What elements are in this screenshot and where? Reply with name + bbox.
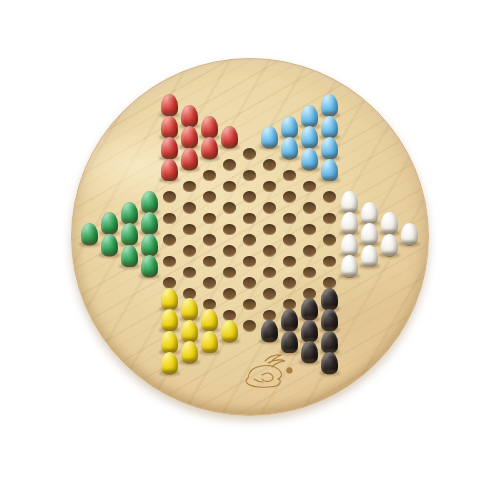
hole-c11-r3[interactable] bbox=[303, 181, 316, 193]
hole-c10-r5[interactable] bbox=[283, 234, 296, 246]
hole-c7-r6[interactable] bbox=[223, 267, 236, 279]
peg-white[interactable] bbox=[361, 223, 378, 245]
peg-white[interactable] bbox=[341, 212, 358, 234]
peg-green[interactable] bbox=[141, 212, 158, 234]
peg-red[interactable] bbox=[161, 94, 178, 116]
rabbit-body-line bbox=[246, 366, 282, 388]
peg-black[interactable] bbox=[261, 320, 278, 342]
product-photo: ® bbox=[0, 0, 500, 500]
peg-green[interactable] bbox=[141, 255, 158, 277]
hole-c12-r4[interactable] bbox=[323, 191, 336, 203]
hole-c5-r5[interactable] bbox=[183, 224, 196, 236]
hole-c7-r3[interactable] bbox=[223, 202, 236, 214]
peg-blue[interactable] bbox=[321, 116, 338, 138]
peg-blue[interactable] bbox=[321, 137, 338, 159]
peg-blue[interactable] bbox=[301, 148, 318, 170]
hole-c7-r2[interactable] bbox=[223, 181, 236, 193]
hole-c6-r4[interactable] bbox=[203, 213, 216, 225]
brand-stamp-logo: ® bbox=[238, 351, 298, 397]
hole-c6-r5[interactable] bbox=[203, 234, 216, 246]
peg-blue[interactable] bbox=[321, 94, 338, 116]
hole-c11-r4[interactable] bbox=[303, 202, 316, 214]
peg-blue[interactable] bbox=[301, 126, 318, 148]
hole-c9-r1[interactable] bbox=[263, 159, 276, 171]
hole-c9-r5[interactable] bbox=[263, 245, 276, 257]
hole-c10-r2[interactable] bbox=[283, 170, 296, 182]
hole-c4-r5[interactable] bbox=[163, 213, 176, 225]
peg-black[interactable] bbox=[281, 309, 298, 331]
hole-c9-r4[interactable] bbox=[263, 224, 276, 236]
peg-yellow[interactable] bbox=[161, 309, 178, 331]
hole-c12-r6[interactable] bbox=[323, 234, 336, 246]
hole-c9-r6[interactable] bbox=[263, 267, 276, 279]
hole-c6-r6[interactable] bbox=[203, 256, 216, 268]
hole-c9-r7[interactable] bbox=[263, 288, 276, 300]
hole-c7-r5[interactable] bbox=[223, 245, 236, 257]
peg-green[interactable] bbox=[121, 202, 138, 224]
hole-c7-r1[interactable] bbox=[223, 159, 236, 171]
hole-c8-r1[interactable] bbox=[243, 170, 256, 182]
peg-green[interactable] bbox=[101, 234, 118, 256]
peg-blue[interactable] bbox=[281, 137, 298, 159]
hole-c10-r3[interactable] bbox=[283, 191, 296, 203]
peg-green[interactable] bbox=[121, 245, 138, 267]
peg-black[interactable] bbox=[301, 298, 318, 320]
peg-blue[interactable] bbox=[261, 126, 278, 148]
peg-red[interactable] bbox=[181, 148, 198, 170]
peg-yellow[interactable] bbox=[181, 341, 198, 363]
peg-black[interactable] bbox=[281, 331, 298, 353]
peg-yellow[interactable] bbox=[221, 320, 238, 342]
peg-red[interactable] bbox=[161, 137, 178, 159]
hole-c5-r3[interactable] bbox=[183, 181, 196, 193]
peg-black[interactable] bbox=[321, 352, 338, 374]
hole-c6-r7[interactable] bbox=[203, 277, 216, 289]
registered-trademark: ® bbox=[286, 367, 293, 375]
hole-c8-r0[interactable] bbox=[243, 148, 256, 160]
peg-yellow[interactable] bbox=[161, 352, 178, 374]
hole-c8-r6[interactable] bbox=[243, 277, 256, 289]
hole-c6-r2[interactable] bbox=[203, 170, 216, 182]
hole-c10-r7[interactable] bbox=[283, 277, 296, 289]
peg-green[interactable] bbox=[81, 223, 98, 245]
hole-c8-r8[interactable] bbox=[243, 320, 256, 332]
peg-yellow[interactable] bbox=[181, 298, 198, 320]
peg-green[interactable] bbox=[101, 212, 118, 234]
hole-c9-r2[interactable] bbox=[263, 181, 276, 193]
peg-red[interactable] bbox=[181, 105, 198, 127]
hole-c11-r5[interactable] bbox=[303, 224, 316, 236]
peg-red[interactable] bbox=[161, 116, 178, 138]
peg-red[interactable] bbox=[221, 126, 238, 148]
peg-black[interactable] bbox=[301, 341, 318, 363]
peg-black[interactable] bbox=[321, 309, 338, 331]
hole-c12-r5[interactable] bbox=[323, 213, 336, 225]
peg-green[interactable] bbox=[141, 234, 158, 256]
peg-white[interactable] bbox=[341, 191, 358, 213]
peg-black[interactable] bbox=[321, 288, 338, 310]
peg-white[interactable] bbox=[341, 234, 358, 256]
peg-yellow[interactable] bbox=[201, 309, 218, 331]
peg-white[interactable] bbox=[361, 202, 378, 224]
hole-c4-r4[interactable] bbox=[163, 191, 176, 203]
hole-c8-r5[interactable] bbox=[243, 256, 256, 268]
peg-blue[interactable] bbox=[281, 116, 298, 138]
hole-c11-r6[interactable] bbox=[303, 245, 316, 257]
peg-blue[interactable] bbox=[301, 105, 318, 127]
hole-c10-r4[interactable] bbox=[283, 213, 296, 225]
hole-c6-r3[interactable] bbox=[203, 191, 216, 203]
peg-red[interactable] bbox=[181, 126, 198, 148]
hole-c4-r6[interactable] bbox=[163, 234, 176, 246]
hole-c8-r2[interactable] bbox=[243, 191, 256, 203]
peg-yellow[interactable] bbox=[181, 320, 198, 342]
peg-white[interactable] bbox=[361, 245, 378, 267]
peg-black[interactable] bbox=[321, 331, 338, 353]
peg-green[interactable] bbox=[141, 191, 158, 213]
peg-white[interactable] bbox=[381, 234, 398, 256]
hole-c5-r4[interactable] bbox=[183, 202, 196, 214]
peg-red[interactable] bbox=[201, 116, 218, 138]
peg-white[interactable] bbox=[401, 223, 418, 245]
chinese-checkers-board: ® bbox=[71, 58, 429, 416]
peg-red[interactable] bbox=[201, 137, 218, 159]
hole-c8-r3[interactable] bbox=[243, 213, 256, 225]
hole-c7-r4[interactable] bbox=[223, 224, 236, 236]
peg-yellow[interactable] bbox=[161, 331, 178, 353]
hole-c9-r3[interactable] bbox=[263, 202, 276, 214]
hole-c5-r6[interactable] bbox=[183, 245, 196, 257]
hole-c5-r7[interactable] bbox=[183, 267, 196, 279]
rabbit-face-curl bbox=[254, 373, 273, 382]
peg-black[interactable] bbox=[301, 320, 318, 342]
peg-green[interactable] bbox=[121, 223, 138, 245]
hole-c8-r4[interactable] bbox=[243, 234, 256, 246]
hole-c7-r7[interactable] bbox=[223, 288, 236, 300]
hole-c12-r7[interactable] bbox=[323, 256, 336, 268]
hole-c8-r7[interactable] bbox=[243, 299, 256, 311]
hole-c10-r6[interactable] bbox=[283, 256, 296, 268]
hole-c4-r7[interactable] bbox=[163, 256, 176, 268]
peg-yellow[interactable] bbox=[161, 288, 178, 310]
peg-white[interactable] bbox=[381, 212, 398, 234]
hole-c11-r7[interactable] bbox=[303, 267, 316, 279]
peg-red[interactable] bbox=[161, 159, 178, 181]
peg-blue[interactable] bbox=[321, 159, 338, 181]
peg-white[interactable] bbox=[341, 255, 358, 277]
peg-yellow[interactable] bbox=[201, 331, 218, 353]
